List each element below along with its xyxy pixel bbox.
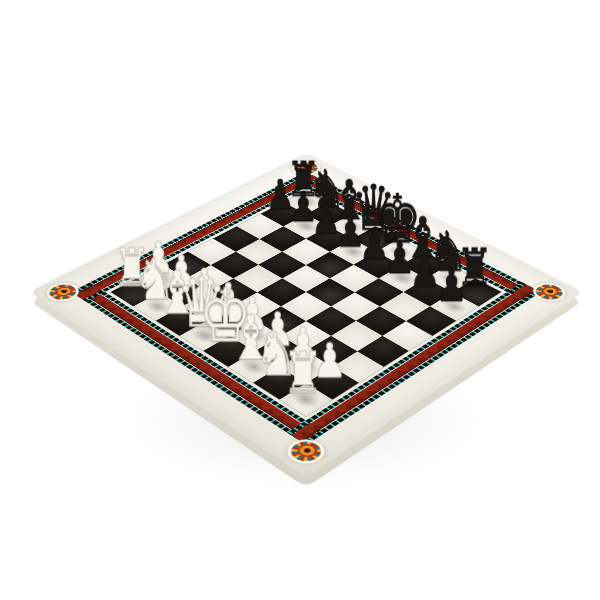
- white-rook: ♜: [270, 344, 335, 401]
- black-pawn: ♟: [422, 263, 482, 308]
- product-photo-scene: ♜♞♝♛♚♝♞♜♟♟♟♟♟♟♟♟♟♟♟♟♟♟♟♟♜♞♝♛♚♝♞♜: [0, 0, 600, 600]
